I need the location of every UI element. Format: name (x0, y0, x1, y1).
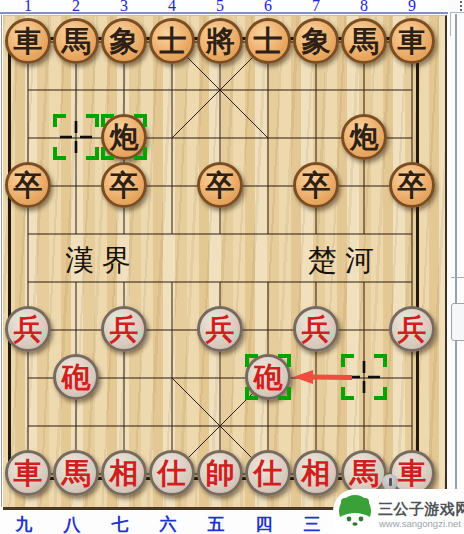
file-label-top-5: 5 (211, 0, 229, 15)
file-label-top-4: 4 (163, 0, 181, 15)
file-label-bottom-五: 五 (204, 513, 228, 534)
vertical-dots-icon[interactable] (460, 1, 463, 13)
file-label-top-6: 6 (259, 0, 277, 15)
river-label-chuhe: 楚河 (308, 241, 382, 281)
xiangqi-board[interactable]: 漢界 楚河 (3, 15, 447, 510)
file-label-top-1: 1 (19, 0, 37, 15)
panel-corner-line-vertical (450, 12, 451, 36)
file-label-top-9: 9 (403, 0, 421, 15)
small-grey-button[interactable] (382, 474, 398, 490)
watermark: 三公子游戏网 www.sangongzi.net (333, 489, 464, 534)
watermark-url[interactable]: www.sangongzi.net (379, 518, 461, 529)
file-label-bottom-八: 八 (60, 513, 84, 534)
file-label-top-2: 2 (67, 0, 85, 15)
watermark-title: 三公子游戏网 (378, 500, 464, 519)
file-label-bottom-四: 四 (252, 513, 276, 534)
sangongzi-panda-logo-icon (336, 493, 376, 533)
file-label-top-7: 7 (307, 0, 325, 15)
xiangqi-app-screen: 123456789 漢界 楚河 車馬象士將士象馬車炮炮卒卒卒卒卒兵兵兵兵兵砲砲車… (0, 0, 464, 534)
scrollbar-thumb[interactable] (451, 303, 464, 341)
top-file-labels-band: 123456789 (0, 0, 464, 15)
file-label-bottom-三: 三 (300, 513, 324, 534)
file-label-top-8: 8 (355, 0, 373, 15)
right-panel-strip (448, 0, 464, 534)
file-label-bottom-九: 九 (12, 513, 36, 534)
file-label-top-3: 3 (115, 0, 133, 15)
file-label-bottom-六: 六 (156, 513, 180, 534)
window-left-edge (1, 15, 2, 507)
river-label-hanjie: 漢界 (65, 241, 139, 281)
scrollbar-tick (451, 277, 464, 278)
scrollbar-track[interactable] (455, 14, 457, 534)
file-label-bottom-七: 七 (108, 513, 132, 534)
